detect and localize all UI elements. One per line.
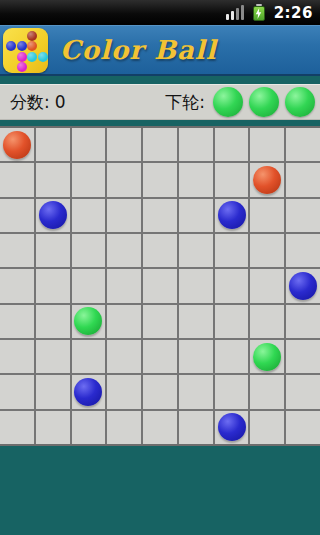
status-clock: 2:26 xyxy=(274,4,313,22)
board-cell[interactable] xyxy=(286,340,320,373)
board-cell[interactable] xyxy=(36,234,70,267)
board-cell[interactable] xyxy=(250,305,284,338)
board-cell[interactable] xyxy=(250,340,284,373)
board-cell[interactable] xyxy=(107,411,141,444)
next-ball-green xyxy=(285,87,315,117)
board-cell[interactable] xyxy=(286,411,320,444)
board-cell[interactable] xyxy=(215,163,249,196)
board-cell[interactable] xyxy=(286,234,320,267)
logo-ball-dot xyxy=(38,52,48,62)
board-cell[interactable] xyxy=(250,128,284,161)
board-cell[interactable] xyxy=(179,199,213,232)
board-cell[interactable] xyxy=(72,199,106,232)
board-cell[interactable] xyxy=(0,128,34,161)
board-cell[interactable] xyxy=(0,305,34,338)
board-cell[interactable] xyxy=(72,305,106,338)
board-cell[interactable] xyxy=(0,411,34,444)
board-cell[interactable] xyxy=(250,411,284,444)
board-cell[interactable] xyxy=(72,269,106,302)
board-cell[interactable] xyxy=(0,163,34,196)
board-cell[interactable] xyxy=(143,375,177,408)
board-cell[interactable] xyxy=(286,163,320,196)
board-cell[interactable] xyxy=(72,375,106,408)
battery-charging-icon xyxy=(253,4,265,21)
board-cell[interactable] xyxy=(0,234,34,267)
logo-ball-dot xyxy=(27,41,37,51)
board-cell[interactable] xyxy=(250,199,284,232)
board-cell[interactable] xyxy=(179,269,213,302)
board-cell[interactable] xyxy=(250,375,284,408)
board-cell[interactable] xyxy=(0,375,34,408)
board-cell[interactable] xyxy=(286,269,320,302)
board-cell[interactable] xyxy=(107,163,141,196)
app-logo-icon xyxy=(3,28,48,73)
score-label: 分数: xyxy=(10,91,50,114)
ball-blue[interactable] xyxy=(39,201,67,229)
board-cell[interactable] xyxy=(286,199,320,232)
board-cell[interactable] xyxy=(179,305,213,338)
next-ball-green xyxy=(213,87,243,117)
board-cell[interactable] xyxy=(0,269,34,302)
board-cell[interactable] xyxy=(107,305,141,338)
next-round-area: 下轮: xyxy=(165,87,315,117)
board-cell[interactable] xyxy=(72,411,106,444)
board-cell[interactable] xyxy=(286,375,320,408)
board-cell[interactable] xyxy=(143,305,177,338)
board-cell[interactable] xyxy=(215,340,249,373)
spacer xyxy=(0,76,320,84)
status-bar: 2:26 xyxy=(0,0,320,25)
board-cell[interactable] xyxy=(215,128,249,161)
board-cell[interactable] xyxy=(179,234,213,267)
bottom-background xyxy=(0,446,320,535)
board-cell[interactable] xyxy=(143,234,177,267)
ball-red[interactable] xyxy=(3,131,31,159)
logo-ball-dot xyxy=(17,41,27,51)
board-cell[interactable] xyxy=(143,340,177,373)
board-cell[interactable] xyxy=(72,128,106,161)
logo-ball-dot xyxy=(17,62,27,72)
ball-blue[interactable] xyxy=(218,201,246,229)
app-screen: 2:26 Color Ball 分数: 0 下轮: xyxy=(0,0,320,535)
logo-ball-dot xyxy=(6,41,16,51)
board-cell[interactable] xyxy=(36,340,70,373)
board-cell[interactable] xyxy=(107,340,141,373)
next-ball-green xyxy=(249,87,279,117)
board-cell[interactable] xyxy=(143,199,177,232)
ball-blue[interactable] xyxy=(218,413,246,441)
board-cell[interactable] xyxy=(215,375,249,408)
board-cell[interactable] xyxy=(143,269,177,302)
ball-green[interactable] xyxy=(74,307,102,335)
score-bar: 分数: 0 下轮: xyxy=(0,84,320,120)
board-cell[interactable] xyxy=(107,269,141,302)
board-cell[interactable] xyxy=(215,305,249,338)
board-cell[interactable] xyxy=(215,411,249,444)
logo-ball-dot xyxy=(17,52,27,62)
board-cell[interactable] xyxy=(36,163,70,196)
board-cell[interactable] xyxy=(107,375,141,408)
board xyxy=(0,126,320,446)
board-cell[interactable] xyxy=(36,411,70,444)
ball-blue[interactable] xyxy=(289,272,317,300)
board-cell[interactable] xyxy=(0,199,34,232)
board-cell[interactable] xyxy=(72,163,106,196)
board-cell[interactable] xyxy=(36,305,70,338)
logo-ball-dot xyxy=(27,31,37,41)
board-cell[interactable] xyxy=(143,128,177,161)
board-cell[interactable] xyxy=(107,128,141,161)
signal-bars-icon xyxy=(226,5,244,20)
board-cell[interactable] xyxy=(179,411,213,444)
title-bar: Color Ball xyxy=(0,25,320,76)
board-cell[interactable] xyxy=(36,128,70,161)
board-cell[interactable] xyxy=(107,199,141,232)
board-cell[interactable] xyxy=(215,234,249,267)
board-cell[interactable] xyxy=(36,269,70,302)
app-title: Color Ball xyxy=(60,35,217,65)
score-value: 0 xyxy=(55,92,66,112)
board-cell[interactable] xyxy=(250,269,284,302)
board-cell[interactable] xyxy=(143,411,177,444)
board-cell[interactable] xyxy=(36,199,70,232)
board-cell[interactable] xyxy=(179,375,213,408)
board-cell[interactable] xyxy=(179,163,213,196)
board-cell[interactable] xyxy=(143,163,177,196)
board-cell[interactable] xyxy=(215,269,249,302)
logo-ball-dot xyxy=(27,52,37,62)
ball-green[interactable] xyxy=(253,343,281,371)
board-cell[interactable] xyxy=(250,163,284,196)
board-cell[interactable] xyxy=(72,234,106,267)
board-cell[interactable] xyxy=(179,128,213,161)
board-cell[interactable] xyxy=(286,128,320,161)
board-cell[interactable] xyxy=(179,340,213,373)
board-cell[interactable] xyxy=(0,340,34,373)
next-round-label: 下轮: xyxy=(165,91,205,114)
ball-blue[interactable] xyxy=(74,378,102,406)
board-cell[interactable] xyxy=(250,234,284,267)
board-cell[interactable] xyxy=(215,199,249,232)
ball-red[interactable] xyxy=(253,166,281,194)
board-cell[interactable] xyxy=(107,234,141,267)
board-cell[interactable] xyxy=(72,340,106,373)
board-cell[interactable] xyxy=(36,375,70,408)
board-cell[interactable] xyxy=(286,305,320,338)
